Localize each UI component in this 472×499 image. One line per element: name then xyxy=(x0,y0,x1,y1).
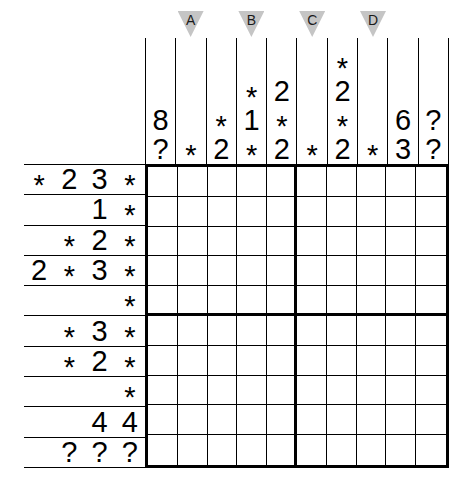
clue-glyph: ? xyxy=(92,438,108,467)
row-clue-r6-slot1 xyxy=(24,316,54,345)
col-clue-c5-slot1 xyxy=(267,48,296,77)
column-clue-strip-7: *2*2 xyxy=(327,38,357,164)
cell-r5c4[interactable] xyxy=(237,286,267,316)
col-clue-c10-slot3: ? xyxy=(419,106,448,135)
wildcard-star: * xyxy=(124,323,135,352)
clue-glyph: ? xyxy=(122,438,138,467)
clue-glyph: 2 xyxy=(31,256,47,285)
cell-r10c2[interactable] xyxy=(178,435,208,465)
wildcard-star: * xyxy=(64,232,75,261)
row-clue-strip-6: *3* xyxy=(24,315,145,345)
marker-label: C xyxy=(299,12,325,28)
cell-r4c1[interactable] xyxy=(148,256,178,286)
wildcard-star: * xyxy=(124,383,135,412)
wildcard-star: * xyxy=(246,83,257,112)
cell-r9c7[interactable] xyxy=(327,405,357,435)
row-clue-strip-1: *23* xyxy=(24,164,145,194)
row-clue-r10-slot2: ? xyxy=(54,438,84,467)
row-clue-r4-slot2: * xyxy=(54,256,84,285)
cell-r2c8[interactable] xyxy=(357,197,387,227)
cell-r3c5[interactable] xyxy=(267,227,297,257)
row-clue-r2-slot4: * xyxy=(115,195,145,224)
marker-label: A xyxy=(178,12,204,28)
col-clue-c2-slot1 xyxy=(176,48,205,77)
cell-r9c2[interactable] xyxy=(178,405,208,435)
clue-glyph: ? xyxy=(425,106,441,135)
cell-r6c7[interactable] xyxy=(327,316,357,346)
row-clue-r4-slot1: 2 xyxy=(24,256,54,285)
row-clue-r8-slot4: * xyxy=(115,377,145,406)
col-clue-c6-slot1 xyxy=(297,48,326,77)
column-clue-strip-9: 63 xyxy=(387,38,417,164)
column-clue-strip-10: ?? xyxy=(418,38,448,164)
wildcard-star: * xyxy=(216,112,227,141)
col-clue-c9-slot3: 6 xyxy=(388,106,417,135)
cell-r1c6[interactable] xyxy=(297,167,327,197)
cell-r5c10[interactable] xyxy=(416,286,446,316)
col-clue-c8-slot1 xyxy=(358,48,387,77)
row-clue-r10-slot1 xyxy=(24,438,54,467)
cell-r10c9[interactable] xyxy=(386,435,416,465)
wildcard-star: * xyxy=(64,323,75,352)
cell-r3c2[interactable] xyxy=(178,227,208,257)
cell-r5c7[interactable] xyxy=(327,286,357,316)
clue-glyph: ? xyxy=(61,438,77,467)
clue-glyph: 3 xyxy=(92,165,108,194)
cell-r6c9[interactable] xyxy=(386,316,416,346)
wildcard-star: * xyxy=(124,171,135,200)
col-clue-c9-slot2 xyxy=(388,77,417,106)
cell-r10c10[interactable] xyxy=(416,435,446,465)
clue-glyph: 3 xyxy=(92,317,108,346)
cell-r2c10[interactable] xyxy=(416,197,446,227)
row-clue-r6-slot2: * xyxy=(54,316,84,345)
clue-glyph: 2 xyxy=(61,165,77,194)
col-clue-c1-slot3: 8 xyxy=(146,106,175,135)
row-clue-r1-slot3: 3 xyxy=(85,165,115,194)
clue-glyph: 3 xyxy=(92,256,108,285)
cell-r5c2[interactable] xyxy=(178,286,208,316)
row-clue-strip-5: * xyxy=(24,285,145,315)
marker-label: B xyxy=(238,12,264,28)
cell-r1c8[interactable] xyxy=(357,167,387,197)
clue-glyph: 1 xyxy=(92,195,108,224)
cell-r2c4[interactable] xyxy=(237,197,267,227)
row-clue-strip-8: * xyxy=(24,376,145,406)
cell-r10c4[interactable] xyxy=(237,435,267,465)
wildcard-star: * xyxy=(64,262,75,291)
cell-r6c5[interactable] xyxy=(267,316,297,346)
cell-r4c2[interactable] xyxy=(178,256,208,286)
row-clue-strip-4: 2*3* xyxy=(24,255,145,285)
row-clue-r4-slot4: * xyxy=(115,256,145,285)
column-clue-strip-4: *1* xyxy=(236,38,266,164)
col-clue-c6-slot3 xyxy=(297,106,326,135)
clue-glyph: ? xyxy=(425,135,441,164)
column-clues-panel: 8?**2*1*2*2**2*2*63?? xyxy=(145,38,449,164)
cell-r9c8[interactable] xyxy=(357,405,387,435)
row-clue-r10-slot4: ? xyxy=(115,438,145,467)
row-clue-r6-slot3: 3 xyxy=(85,316,115,345)
col-clue-c10-slot1 xyxy=(419,48,448,77)
row-clue-r1-slot2: 2 xyxy=(54,165,84,194)
cell-r5c1[interactable] xyxy=(148,286,178,316)
clue-glyph: 4 xyxy=(92,408,108,437)
col-clue-c3-slot2 xyxy=(207,77,236,106)
cell-r3c7[interactable] xyxy=(327,227,357,257)
cell-r4c8[interactable] xyxy=(357,256,387,286)
cell-r4c3[interactable] xyxy=(208,256,238,286)
wildcard-star: * xyxy=(124,292,135,321)
cell-r1c2[interactable] xyxy=(178,167,208,197)
cell-r10c3[interactable] xyxy=(208,435,238,465)
row-clue-r4-slot3: 3 xyxy=(85,256,115,285)
cell-r1c4[interactable] xyxy=(237,167,267,197)
col-clue-c7-slot1: * xyxy=(328,48,357,77)
col-clue-c2-slot4: * xyxy=(176,135,205,164)
row-clues-panel: *23*1**2*2*3***3**2**44??? xyxy=(24,164,145,468)
cell-r6c1[interactable] xyxy=(148,316,178,346)
cell-r8c6[interactable] xyxy=(297,376,327,406)
col-clue-c8-slot4: * xyxy=(358,135,387,164)
row-clue-r9-slot2 xyxy=(54,407,84,436)
clue-glyph: 2 xyxy=(274,77,290,106)
cell-r4c5[interactable] xyxy=(267,256,297,286)
col-clue-c5-slot2: 2 xyxy=(267,77,296,106)
cell-r6c10[interactable] xyxy=(416,316,446,346)
cell-r7c8[interactable] xyxy=(357,346,387,376)
cell-r2c2[interactable] xyxy=(178,197,208,227)
wildcard-star: * xyxy=(337,54,348,83)
cell-r9c6[interactable] xyxy=(297,405,327,435)
row-clue-r5-slot4: * xyxy=(115,286,145,315)
cell-r6c8[interactable] xyxy=(357,316,387,346)
col-clue-c3-slot1 xyxy=(207,48,236,77)
row-clue-r1-slot4: * xyxy=(115,165,145,194)
row-clue-r7-slot2: * xyxy=(54,347,84,376)
cell-r7c1[interactable] xyxy=(148,346,178,376)
col-clue-c4-slot4: * xyxy=(237,135,266,164)
cell-r6c6[interactable] xyxy=(297,316,327,346)
col-clue-c8-slot2 xyxy=(358,77,387,106)
row-clue-r5-slot1 xyxy=(24,286,54,315)
marker-label: D xyxy=(360,12,386,28)
clue-glyph: 3 xyxy=(395,135,411,164)
row-clue-r3-slot2: * xyxy=(54,226,84,255)
row-clue-r9-slot3: 4 xyxy=(85,407,115,436)
puzzle-grid xyxy=(145,164,449,468)
cell-r4c7[interactable] xyxy=(327,256,357,286)
wildcard-star: * xyxy=(124,353,135,382)
marker-triangle-C: C xyxy=(299,11,325,37)
cell-r10c5[interactable] xyxy=(267,435,297,465)
row-clue-strip-7: *2* xyxy=(24,346,145,376)
col-clue-c6-slot4: * xyxy=(297,135,326,164)
wildcard-star: * xyxy=(64,353,75,382)
cell-r9c9[interactable] xyxy=(386,405,416,435)
cell-r3c10[interactable] xyxy=(416,227,446,257)
cell-r1c9[interactable] xyxy=(386,167,416,197)
row-clue-r8-slot1 xyxy=(24,377,54,406)
cell-r9c5[interactable] xyxy=(267,405,297,435)
wildcard-star: * xyxy=(337,112,348,141)
cell-r8c2[interactable] xyxy=(178,376,208,406)
row-clue-r9-slot1 xyxy=(24,407,54,436)
row-clue-r3-slot4: * xyxy=(115,226,145,255)
col-clue-c2-slot2 xyxy=(176,77,205,106)
column-clue-strip-3: *2 xyxy=(206,38,236,164)
cell-r2c1[interactable] xyxy=(148,197,178,227)
cell-r8c3[interactable] xyxy=(208,376,238,406)
column-clue-strip-5: 2*2 xyxy=(266,38,296,164)
wildcard-star: * xyxy=(276,112,287,141)
cell-r7c7[interactable] xyxy=(327,346,357,376)
cell-r10c8[interactable] xyxy=(357,435,387,465)
cell-r5c5[interactable] xyxy=(267,286,297,316)
row-clue-strip-10: ??? xyxy=(24,437,145,467)
cell-r8c7[interactable] xyxy=(327,376,357,406)
row-clue-r6-slot4: * xyxy=(115,316,145,345)
row-clue-r1-slot1: * xyxy=(24,165,54,194)
cell-r7c2[interactable] xyxy=(178,346,208,376)
cell-r9c10[interactable] xyxy=(416,405,446,435)
marker-triangle-A: A xyxy=(178,11,204,37)
cell-r5c6[interactable] xyxy=(297,286,327,316)
cell-r1c3[interactable] xyxy=(208,167,238,197)
clue-glyph: 8 xyxy=(153,106,169,135)
row-clue-r7-slot3: 2 xyxy=(85,347,115,376)
cell-r6c3[interactable] xyxy=(208,316,238,346)
cell-r8c8[interactable] xyxy=(357,376,387,406)
col-clue-c1-slot1 xyxy=(146,48,175,77)
row-clue-r8-slot3 xyxy=(85,377,115,406)
cell-r8c10[interactable] xyxy=(416,376,446,406)
cell-r3c3[interactable] xyxy=(208,227,238,257)
cell-r3c1[interactable] xyxy=(148,227,178,257)
puzzle-page: 8?**2*1*2*2**2*2*63?? *23*1**2*2*3***3**… xyxy=(0,0,472,499)
cell-r3c6[interactable] xyxy=(297,227,327,257)
col-clue-c1-slot4: ? xyxy=(146,135,175,164)
cell-r8c5[interactable] xyxy=(267,376,297,406)
row-clue-r7-slot1 xyxy=(24,347,54,376)
column-clue-strip-2: * xyxy=(175,38,205,164)
wildcard-star: * xyxy=(33,171,44,200)
cell-r2c7[interactable] xyxy=(327,197,357,227)
cell-r4c6[interactable] xyxy=(297,256,327,286)
clue-glyph: ? xyxy=(153,135,169,164)
row-clue-r2-slot2 xyxy=(54,195,84,224)
col-clue-c6-slot2 xyxy=(297,77,326,106)
col-clue-c4-slot1 xyxy=(237,48,266,77)
cell-r10c6[interactable] xyxy=(297,435,327,465)
cell-r3c4[interactable] xyxy=(237,227,267,257)
col-clue-c10-slot4: ? xyxy=(419,135,448,164)
row-clue-r3-slot1 xyxy=(24,226,54,255)
cell-r2c5[interactable] xyxy=(267,197,297,227)
cell-r3c8[interactable] xyxy=(357,227,387,257)
cell-r8c1[interactable] xyxy=(148,376,178,406)
cell-r6c4[interactable] xyxy=(237,316,267,346)
cell-r4c4[interactable] xyxy=(237,256,267,286)
cell-r7c6[interactable] xyxy=(297,346,327,376)
cell-r1c1[interactable] xyxy=(148,167,178,197)
cell-r5c8[interactable] xyxy=(357,286,387,316)
cell-r9c1[interactable] xyxy=(148,405,178,435)
cell-r5c3[interactable] xyxy=(208,286,238,316)
cell-r1c10[interactable] xyxy=(416,167,446,197)
col-clue-c2-slot3 xyxy=(176,106,205,135)
cell-r5c9[interactable] xyxy=(386,286,416,316)
clue-glyph: 6 xyxy=(395,106,411,135)
row-clue-r3-slot3: 2 xyxy=(85,226,115,255)
cell-r7c9[interactable] xyxy=(386,346,416,376)
cell-r2c9[interactable] xyxy=(386,197,416,227)
row-clue-r10-slot3: ? xyxy=(85,438,115,467)
col-clue-c7-slot3: * xyxy=(328,106,357,135)
row-clue-r2-slot3: 1 xyxy=(85,195,115,224)
wildcard-star: * xyxy=(124,262,135,291)
wildcard-star: * xyxy=(124,201,135,230)
clue-glyph: 2 xyxy=(92,226,108,255)
cell-r4c9[interactable] xyxy=(386,256,416,286)
column-clue-strip-1: 8? xyxy=(145,38,175,164)
col-clue-c1-slot2 xyxy=(146,77,175,106)
clue-glyph: 2 xyxy=(92,347,108,376)
cell-r7c5[interactable] xyxy=(267,346,297,376)
marker-triangle-B: B xyxy=(238,11,264,37)
row-clue-strip-3: *2* xyxy=(24,225,145,255)
col-clue-c9-slot1 xyxy=(388,48,417,77)
cell-r1c5[interactable] xyxy=(267,167,297,197)
cell-r6c2[interactable] xyxy=(178,316,208,346)
cell-r7c4[interactable] xyxy=(237,346,267,376)
cell-r8c9[interactable] xyxy=(386,376,416,406)
cell-r7c3[interactable] xyxy=(208,346,238,376)
cell-r4c10[interactable] xyxy=(416,256,446,286)
row-clue-r5-slot3 xyxy=(85,286,115,315)
marker-triangle-D: D xyxy=(360,11,386,37)
row-clue-r7-slot4: * xyxy=(115,347,145,376)
cell-r1c7[interactable] xyxy=(327,167,357,197)
column-clue-strip-6: * xyxy=(296,38,326,164)
col-clue-c9-slot4: 3 xyxy=(388,135,417,164)
cell-r10c1[interactable] xyxy=(148,435,178,465)
cell-r8c4[interactable] xyxy=(237,376,267,406)
col-clue-c3-slot3: * xyxy=(207,106,236,135)
cell-r3c9[interactable] xyxy=(386,227,416,257)
cell-r2c6[interactable] xyxy=(297,197,327,227)
col-clue-c10-slot2 xyxy=(419,77,448,106)
col-clue-c5-slot3: * xyxy=(267,106,296,135)
cell-r2c3[interactable] xyxy=(208,197,238,227)
col-clue-c8-slot3 xyxy=(358,106,387,135)
wildcard-star: * xyxy=(124,232,135,261)
cell-r9c3[interactable] xyxy=(208,405,238,435)
cell-r7c10[interactable] xyxy=(416,346,446,376)
cell-r10c7[interactable] xyxy=(327,435,357,465)
column-clue-strip-8: * xyxy=(357,38,387,164)
col-clue-c4-slot2: * xyxy=(237,77,266,106)
cell-r9c4[interactable] xyxy=(237,405,267,435)
